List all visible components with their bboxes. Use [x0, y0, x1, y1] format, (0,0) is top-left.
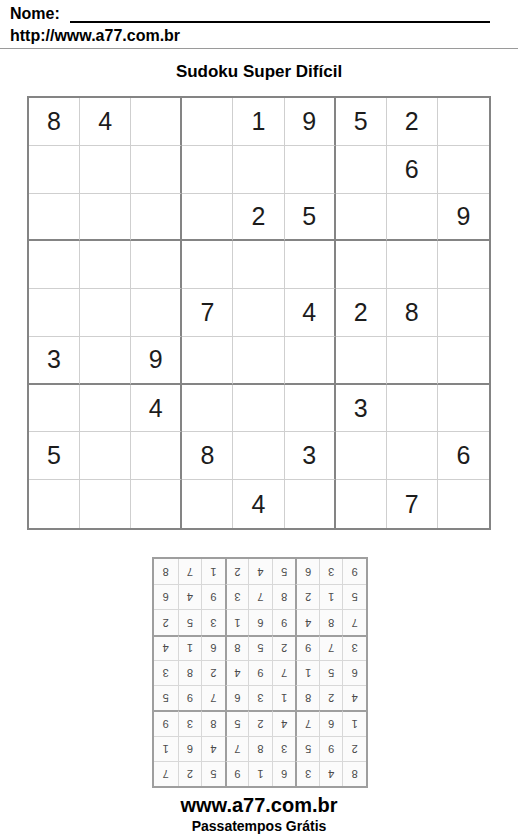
solution-cell-r2c2: 9: [319, 736, 343, 761]
solution-cell-r7c6: 1: [225, 609, 249, 634]
puzzle-cell-r9c1: [29, 480, 80, 528]
puzzle-cell-r6c4: [182, 337, 233, 385]
page-title: Sudoku Super Difícil: [0, 62, 518, 82]
puzzle-cell-r3c2: [80, 194, 131, 242]
solution-cell-r4c8: 9: [178, 685, 202, 710]
solution-cell-r3c1: 1: [342, 710, 366, 735]
puzzle-cell-r5c5: [233, 289, 284, 337]
solution-cell-r4c9: 5: [154, 685, 178, 710]
puzzle-cell-r4c7: [336, 241, 387, 289]
puzzle-cell-r6c3: 9: [131, 337, 182, 385]
puzzle-cell-r8c6: 3: [285, 432, 336, 480]
solution-cell-r6c8: 1: [178, 635, 202, 660]
puzzle-cell-r7c9: [438, 385, 489, 433]
solution-cell-r2c5: 8: [248, 736, 272, 761]
solution-cell-r4c1: 4: [342, 685, 366, 710]
puzzle-cell-r9c4: [182, 480, 233, 528]
puzzle-cell-r1c3: [131, 98, 182, 146]
solution-cell-r8c7: 9: [201, 584, 225, 609]
solution-cell-r8c2: 1: [319, 584, 343, 609]
puzzle-cell-r9c5: 4: [233, 480, 284, 528]
solution-cell-r8c1: 5: [342, 584, 366, 609]
puzzle-cell-r7c8: [387, 385, 438, 433]
puzzle-cell-r7c4: [182, 385, 233, 433]
puzzle-board: 841952625974283943583647: [27, 96, 491, 530]
puzzle-cell-r3c9: 9: [438, 194, 489, 242]
puzzle-cell-r8c1: 5: [29, 432, 80, 480]
puzzle-cell-r1c7: 5: [336, 98, 387, 146]
puzzle-cell-r3c3: [131, 194, 182, 242]
puzzle-cell-r6c8: [387, 337, 438, 385]
puzzle-cell-r8c3: [131, 432, 182, 480]
solution-cell-r8c5: 7: [248, 584, 272, 609]
solution-cell-r5c2: 5: [319, 660, 343, 685]
solution-cell-r1c2: 4: [319, 761, 343, 786]
solution-cell-r8c8: 4: [178, 584, 202, 609]
solution-cell-r1c4: 6: [272, 761, 296, 786]
solution-cell-r8c6: 3: [225, 584, 249, 609]
solution-cell-r2c7: 4: [201, 736, 225, 761]
solution-cell-r3c7: 8: [201, 710, 225, 735]
puzzle-cell-r4c2: [80, 241, 131, 289]
solution-cell-r3c5: 2: [248, 710, 272, 735]
puzzle-cell-r6c2: [80, 337, 131, 385]
solution-cell-r5c1: 6: [342, 660, 366, 685]
solution-cell-r2c3: 5: [295, 736, 319, 761]
solution-cell-r3c6: 5: [225, 710, 249, 735]
solution-cell-r9c5: 4: [248, 559, 272, 584]
puzzle-cell-r4c9: [438, 241, 489, 289]
page-header: Nome: http://www.a77.com.br: [10, 4, 490, 45]
puzzle-cell-r8c7: [336, 432, 387, 480]
puzzle-cell-r1c5: 1: [233, 98, 284, 146]
solution-cell-r6c2: 7: [319, 635, 343, 660]
solution-cell-r7c4: 9: [272, 609, 296, 634]
puzzle-cell-r2c3: [131, 146, 182, 194]
solution-cell-r9c4: 5: [272, 559, 296, 584]
puzzle-cell-r2c7: [336, 146, 387, 194]
puzzle-cell-r9c8: 7: [387, 480, 438, 528]
solution-cell-r5c5: 9: [248, 660, 272, 685]
puzzle-cell-r3c8: [387, 194, 438, 242]
solution-cell-r1c6: 9: [225, 761, 249, 786]
solution-cell-r9c2: 3: [319, 559, 343, 584]
puzzle-cell-r7c2: [80, 385, 131, 433]
solution-cell-r1c3: 3: [295, 761, 319, 786]
solution-cell-r4c3: 8: [295, 685, 319, 710]
puzzle-cell-r6c6: [285, 337, 336, 385]
puzzle-cell-r5c1: [29, 289, 80, 337]
solution-cell-r9c1: 9: [342, 559, 366, 584]
puzzle-cell-r8c8: [387, 432, 438, 480]
puzzle-cell-r9c3: [131, 480, 182, 528]
solution-cell-r4c7: 7: [201, 685, 225, 710]
solution-cell-r9c3: 6: [295, 559, 319, 584]
puzzle-cell-r6c1: 3: [29, 337, 80, 385]
solution-cell-r5c8: 8: [178, 660, 202, 685]
puzzle-cell-r4c8: [387, 241, 438, 289]
solution-cell-r9c9: 8: [154, 559, 178, 584]
puzzle-cell-r1c4: [182, 98, 233, 146]
footer-tagline: Passatempos Grátis: [0, 818, 518, 835]
solution-cell-r6c9: 4: [154, 635, 178, 660]
name-label: Nome:: [10, 4, 60, 23]
site-url-text: http://www.a77.com.br: [10, 26, 490, 45]
solution-cell-r7c8: 5: [178, 609, 202, 634]
puzzle-cell-r2c1: [29, 146, 80, 194]
puzzle-cell-r8c9: 6: [438, 432, 489, 480]
solution-cell-r4c2: 2: [319, 685, 343, 710]
puzzle-cell-r4c5: [233, 241, 284, 289]
solution-cell-r9c6: 2: [225, 559, 249, 584]
puzzle-cell-r2c6: [285, 146, 336, 194]
puzzle-cell-r2c4: [182, 146, 233, 194]
solution-cell-r2c8: 6: [178, 736, 202, 761]
solution-cell-r6c5: 5: [248, 635, 272, 660]
solution-cell-r5c6: 4: [225, 660, 249, 685]
page-footer: www.a77.com.br Passatempos Grátis: [0, 794, 518, 835]
solution-cell-r2c9: 1: [154, 736, 178, 761]
solution-cell-r7c1: 7: [342, 609, 366, 634]
puzzle-cell-r2c2: [80, 146, 131, 194]
puzzle-cell-r7c3: 4: [131, 385, 182, 433]
solution-cell-r3c8: 3: [178, 710, 202, 735]
puzzle-cell-r9c2: [80, 480, 131, 528]
puzzle-cell-r7c5: [233, 385, 284, 433]
footer-site-text: www.a77.com.br: [0, 794, 518, 817]
solution-cell-r1c8: 2: [178, 761, 202, 786]
puzzle-cell-r9c7: [336, 480, 387, 528]
solution-cell-r6c7: 6: [201, 635, 225, 660]
solution-cell-r5c9: 3: [154, 660, 178, 685]
puzzle-cell-r3c6: 5: [285, 194, 336, 242]
name-row: Nome:: [10, 4, 490, 23]
puzzle-cell-r5c8: 8: [387, 289, 438, 337]
puzzle-cell-r9c6: [285, 480, 336, 528]
puzzle-cell-r6c9: [438, 337, 489, 385]
puzzle-cell-r5c6: 4: [285, 289, 336, 337]
solution-cell-r5c4: 7: [272, 660, 296, 685]
puzzle-cell-r3c7: [336, 194, 387, 242]
solution-cell-r5c3: 1: [295, 660, 319, 685]
solution-cell-r9c7: 1: [201, 559, 225, 584]
solution-cell-r6c3: 9: [295, 635, 319, 660]
solution-cell-r7c2: 8: [319, 609, 343, 634]
solution-cell-r7c9: 2: [154, 609, 178, 634]
solution-cell-r2c4: 3: [272, 736, 296, 761]
name-blank-line: [70, 4, 490, 23]
puzzle-cell-r2c9: [438, 146, 489, 194]
solution-cell-r7c7: 3: [201, 609, 225, 634]
puzzle-cell-r1c8: 2: [387, 98, 438, 146]
solution-cell-r3c2: 6: [319, 710, 343, 735]
puzzle-cell-r2c5: [233, 146, 284, 194]
solution-cell-r8c3: 2: [295, 584, 319, 609]
puzzle-cell-r3c5: 2: [233, 194, 284, 242]
solution-cell-r7c5: 6: [248, 609, 272, 634]
puzzle-cell-r6c5: [233, 337, 284, 385]
solution-cell-r4c5: 3: [248, 685, 272, 710]
solution-board: 8436195272953874611674258394281367956517…: [152, 557, 368, 788]
puzzle-cell-r6c7: [336, 337, 387, 385]
solution-cell-r3c9: 9: [154, 710, 178, 735]
solution-cell-r1c1: 8: [342, 761, 366, 786]
solution-cell-r8c9: 6: [154, 584, 178, 609]
puzzle-cell-r1c9: [438, 98, 489, 146]
solution-cell-r4c6: 6: [225, 685, 249, 710]
puzzle-cell-r5c9: [438, 289, 489, 337]
solution-cell-r6c4: 2: [272, 635, 296, 660]
puzzle-cell-r3c1: [29, 194, 80, 242]
solution-cell-r1c5: 1: [248, 761, 272, 786]
puzzle-cell-r7c7: 3: [336, 385, 387, 433]
puzzle-cell-r8c2: [80, 432, 131, 480]
puzzle-cell-r5c3: [131, 289, 182, 337]
solution-cell-r9c8: 7: [178, 559, 202, 584]
puzzle-cell-r4c1: [29, 241, 80, 289]
header-divider: [0, 48, 518, 49]
puzzle-cell-r4c6: [285, 241, 336, 289]
solution-cell-r2c1: 2: [342, 736, 366, 761]
puzzle-cell-r5c4: 7: [182, 289, 233, 337]
solution-cell-r5c7: 2: [201, 660, 225, 685]
solution-cell-r2c6: 7: [225, 736, 249, 761]
puzzle-cell-r3c4: [182, 194, 233, 242]
puzzle-cell-r4c4: [182, 241, 233, 289]
puzzle-cell-r4c3: [131, 241, 182, 289]
solution-cell-r6c1: 3: [342, 635, 366, 660]
solution-cell-r8c4: 8: [272, 584, 296, 609]
puzzle-cell-r2c8: 6: [387, 146, 438, 194]
puzzle-cell-r1c6: 9: [285, 98, 336, 146]
solution-cell-r4c4: 1: [272, 685, 296, 710]
puzzle-cell-r1c2: 4: [80, 98, 131, 146]
puzzle-cell-r8c4: 8: [182, 432, 233, 480]
puzzle-cell-r9c9: [438, 480, 489, 528]
puzzle-cell-r7c6: [285, 385, 336, 433]
solution-cell-r1c9: 7: [154, 761, 178, 786]
puzzle-cell-r5c7: 2: [336, 289, 387, 337]
puzzle-cell-r1c1: 8: [29, 98, 80, 146]
solution-cell-r1c7: 5: [201, 761, 225, 786]
puzzle-cell-r5c2: [80, 289, 131, 337]
solution-cell-r6c6: 8: [225, 635, 249, 660]
solution-cell-r7c3: 4: [295, 609, 319, 634]
solution-cell-r3c3: 7: [295, 710, 319, 735]
puzzle-cell-r7c1: [29, 385, 80, 433]
puzzle-cell-r8c5: [233, 432, 284, 480]
solution-cell-r3c4: 4: [272, 710, 296, 735]
